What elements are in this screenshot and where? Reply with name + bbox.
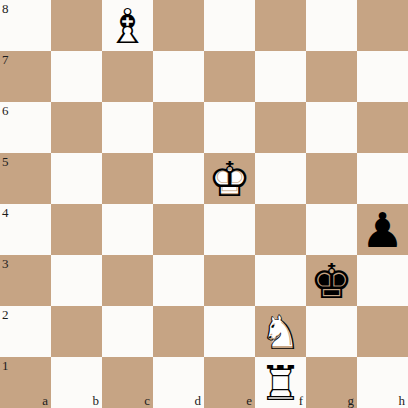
square-b2[interactable] (51, 306, 102, 357)
square-e4[interactable] (204, 204, 255, 255)
square-e8[interactable] (204, 0, 255, 51)
square-c7[interactable] (102, 51, 153, 102)
square-h6[interactable] (357, 102, 408, 153)
piece-white-king[interactable]: ♚♔ (204, 153, 255, 204)
square-g2[interactable] (306, 306, 357, 357)
square-e1[interactable]: e (204, 357, 255, 408)
square-e2[interactable] (204, 306, 255, 357)
file-label-d: d (195, 394, 202, 407)
square-g7[interactable] (306, 51, 357, 102)
square-h8[interactable] (357, 0, 408, 51)
rank-label-2: 2 (2, 308, 9, 321)
square-b6[interactable] (51, 102, 102, 153)
square-d7[interactable] (153, 51, 204, 102)
square-h2[interactable] (357, 306, 408, 357)
square-c8[interactable]: ♝♗ (102, 0, 153, 51)
file-label-g: g (348, 394, 355, 407)
file-label-b: b (93, 394, 100, 407)
square-b8[interactable] (51, 0, 102, 51)
square-a5[interactable]: 5 (0, 153, 51, 204)
rank-label-3: 3 (2, 257, 9, 270)
rank-label-4: 4 (2, 206, 9, 219)
square-d4[interactable] (153, 204, 204, 255)
square-c6[interactable] (102, 102, 153, 153)
square-g4[interactable] (306, 204, 357, 255)
square-b7[interactable] (51, 51, 102, 102)
square-f1[interactable]: f♜♖ (255, 357, 306, 408)
rank-label-6: 6 (2, 104, 9, 117)
file-label-a: a (42, 394, 48, 407)
square-f4[interactable] (255, 204, 306, 255)
rank-label-7: 7 (2, 53, 9, 66)
square-b3[interactable] (51, 255, 102, 306)
file-label-c: c (144, 394, 150, 407)
square-c4[interactable] (102, 204, 153, 255)
file-label-e: e (246, 394, 252, 407)
piece-black-king[interactable]: ♚ (306, 255, 357, 306)
square-d8[interactable] (153, 0, 204, 51)
square-e6[interactable] (204, 102, 255, 153)
square-c5[interactable] (102, 153, 153, 204)
square-e7[interactable] (204, 51, 255, 102)
square-a1[interactable]: 1a (0, 357, 51, 408)
square-c1[interactable]: c (102, 357, 153, 408)
square-a2[interactable]: 2 (0, 306, 51, 357)
piece-white-bishop[interactable]: ♝♗ (102, 0, 153, 51)
square-d6[interactable] (153, 102, 204, 153)
square-f5[interactable] (255, 153, 306, 204)
rank-label-8: 8 (2, 2, 9, 15)
white-knight-outline-glyph: ♘ (255, 306, 306, 357)
square-h4[interactable]: ♟ (357, 204, 408, 255)
square-h1[interactable]: h (357, 357, 408, 408)
square-d5[interactable] (153, 153, 204, 204)
square-a6[interactable]: 6 (0, 102, 51, 153)
square-g8[interactable] (306, 0, 357, 51)
square-f6[interactable] (255, 102, 306, 153)
square-h3[interactable] (357, 255, 408, 306)
square-b4[interactable] (51, 204, 102, 255)
square-f3[interactable] (255, 255, 306, 306)
square-e3[interactable] (204, 255, 255, 306)
square-d1[interactable]: d (153, 357, 204, 408)
square-a8[interactable]: 8 (0, 0, 51, 51)
square-g6[interactable] (306, 102, 357, 153)
chess-board: 8♝♗765♚♔4♟3♚2♞♘1abcdef♜♖gh (0, 0, 408, 408)
piece-black-pawn[interactable]: ♟ (357, 204, 408, 255)
square-a3[interactable]: 3 (0, 255, 51, 306)
file-label-h: h (399, 394, 406, 407)
square-d3[interactable] (153, 255, 204, 306)
square-g1[interactable]: g (306, 357, 357, 408)
white-bishop-outline-glyph: ♗ (102, 0, 153, 51)
black-pawn-glyph: ♟ (357, 204, 408, 255)
piece-white-knight[interactable]: ♞♘ (255, 306, 306, 357)
square-g3[interactable]: ♚ (306, 255, 357, 306)
white-rook-outline-glyph: ♖ (255, 357, 306, 408)
square-f7[interactable] (255, 51, 306, 102)
square-b1[interactable]: b (51, 357, 102, 408)
black-king-glyph: ♚ (306, 255, 357, 306)
piece-white-rook[interactable]: ♜♖ (255, 357, 306, 408)
square-h7[interactable] (357, 51, 408, 102)
square-g5[interactable] (306, 153, 357, 204)
square-c2[interactable] (102, 306, 153, 357)
square-c3[interactable] (102, 255, 153, 306)
square-b5[interactable] (51, 153, 102, 204)
rank-label-5: 5 (2, 155, 9, 168)
square-a4[interactable]: 4 (0, 204, 51, 255)
square-e5[interactable]: ♚♔ (204, 153, 255, 204)
square-h5[interactable] (357, 153, 408, 204)
square-f8[interactable] (255, 0, 306, 51)
square-a7[interactable]: 7 (0, 51, 51, 102)
white-king-outline-glyph: ♔ (204, 153, 255, 204)
rank-label-1: 1 (2, 359, 9, 372)
square-f2[interactable]: ♞♘ (255, 306, 306, 357)
square-d2[interactable] (153, 306, 204, 357)
